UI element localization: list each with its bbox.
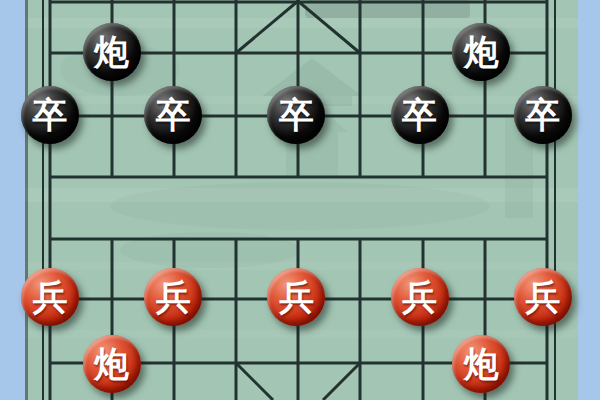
piece-red-soldier[interactable]: 兵 xyxy=(391,268,449,326)
piece-glyph: 卒 xyxy=(279,98,314,133)
piece-red-soldier[interactable]: 兵 xyxy=(144,268,202,326)
piece-red-soldier[interactable]: 兵 xyxy=(267,268,325,326)
piece-black-cannon[interactable]: 炮 xyxy=(83,23,141,81)
piece-black-soldier[interactable]: 卒 xyxy=(391,86,449,144)
xiangqi-app-window: 炮炮卒卒卒卒卒兵兵兵兵兵炮炮 xyxy=(0,0,600,400)
piece-glyph: 兵 xyxy=(279,280,314,315)
piece-glyph: 卒 xyxy=(525,98,560,133)
piece-red-soldier[interactable]: 兵 xyxy=(21,268,79,326)
piece-red-soldier[interactable]: 兵 xyxy=(514,268,572,326)
piece-black-soldier[interactable]: 卒 xyxy=(21,86,79,144)
piece-glyph: 卒 xyxy=(402,98,437,133)
piece-red-cannon[interactable]: 炮 xyxy=(83,335,141,393)
piece-red-cannon[interactable]: 炮 xyxy=(452,335,510,393)
piece-glyph: 炮 xyxy=(94,347,129,382)
piece-glyph: 卒 xyxy=(33,98,68,133)
piece-glyph: 卒 xyxy=(156,98,191,133)
piece-glyph: 兵 xyxy=(33,280,68,315)
piece-glyph: 炮 xyxy=(94,35,129,70)
piece-glyph: 兵 xyxy=(156,280,191,315)
piece-black-soldier[interactable]: 卒 xyxy=(267,86,325,144)
piece-glyph: 兵 xyxy=(402,280,437,315)
piece-glyph: 兵 xyxy=(525,280,560,315)
piece-black-soldier[interactable]: 卒 xyxy=(514,86,572,144)
piece-glyph: 炮 xyxy=(464,347,499,382)
piece-black-cannon[interactable]: 炮 xyxy=(452,23,510,81)
piece-black-soldier[interactable]: 卒 xyxy=(144,86,202,144)
piece-glyph: 炮 xyxy=(464,35,499,70)
